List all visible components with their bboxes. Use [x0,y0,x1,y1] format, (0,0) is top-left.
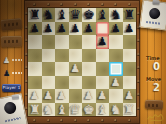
square-g3[interactable]: ♟ [109,76,123,90]
square-f7[interactable] [96,22,110,36]
screw-icon [25,80,28,83]
square-c4[interactable] [55,62,69,76]
piece-white-pawn[interactable]: ♟ [57,89,67,103]
square-f2[interactable]: ♟ [96,89,110,103]
square-g6[interactable] [109,35,123,49]
screw-icon [128,119,131,122]
square-a5[interactable] [28,49,42,63]
white-player-indicator: ♟ [3,56,21,65]
square-f5[interactable] [96,49,110,63]
screw-icon [33,3,36,6]
piece-white-pawn[interactable]: ♟ [111,76,121,90]
screw-icon [25,39,28,42]
square-f4[interactable] [96,62,110,76]
piece-white-pawn[interactable]: ♟ [70,62,80,76]
square-b5[interactable] [42,49,56,63]
piece-black-pawn[interactable]: ♟ [57,22,67,36]
square-g2[interactable] [109,89,123,103]
square-a1[interactable]: ♜ [28,103,42,117]
square-e2[interactable]: ♟ [82,89,96,103]
square-c6[interactable] [55,35,69,49]
square-b2[interactable]: ♟ [42,89,56,103]
time-value: 0 [144,61,160,72]
piece-black-pawn[interactable]: ♟ [70,22,80,36]
square-h1[interactable]: ♜ [123,103,137,117]
square-h4[interactable] [123,62,137,76]
piece-black-bishop[interactable]: ♝ [96,8,108,22]
screw-icon [25,26,28,29]
move-value: 2 [144,82,160,93]
square-f1[interactable]: ♝ [96,103,110,117]
piece-white-knight[interactable]: ♞ [42,103,54,117]
square-g1[interactable]: ♞ [109,103,123,117]
screw-icon [47,3,50,6]
piece-white-pawn[interactable]: ♟ [30,89,40,103]
piece-white-queen[interactable]: ♛ [69,103,81,117]
square-e6[interactable] [82,35,96,49]
square-c1[interactable]: ♝ [55,103,69,117]
wood-plank-button[interactable] [1,18,23,31]
square-d6[interactable] [69,35,83,49]
square-c5[interactable] [55,49,69,63]
square-d1[interactable]: ♛ [69,103,83,117]
piece-black-bishop[interactable]: ♝ [56,8,68,22]
square-g5[interactable] [109,49,123,63]
wood-plank-button[interactable] [145,100,163,110]
white-player-name-scribble [12,59,22,61]
piece-white-knight[interactable]: ♞ [110,103,122,117]
piece-black-pawn[interactable]: ♟ [111,22,121,36]
square-d8[interactable]: ♛ [69,8,83,22]
square-a3[interactable] [28,76,42,90]
piece-white-pawn[interactable]: ♟ [124,89,134,103]
piece-white-king[interactable]: ♚ [83,103,95,117]
square-a8[interactable]: ♜ [28,8,42,22]
screw-icon [25,53,28,56]
gold-emblem-logo [147,111,164,123]
square-h6[interactable] [123,35,137,49]
square-d7[interactable]: ♟ [69,22,83,36]
piece-white-pawn[interactable]: ♟ [43,89,53,103]
piece-black-pawn[interactable]: ♟ [124,22,134,36]
piece-white-rook[interactable]: ♜ [123,103,135,117]
square-d4[interactable]: ♟ [69,62,83,76]
black-player-indicator: ♟ [3,69,21,78]
piece-black-king[interactable]: ♚ [83,8,95,22]
screw-icon [33,119,36,122]
piece-black-rook[interactable]: ♜ [29,8,41,22]
piece-black-pawn[interactable]: ♟ [84,22,94,36]
card-clip-icon [12,94,19,98]
piece-black-pawn[interactable]: ♟ [43,22,53,36]
chess-game-window: ♟ ♟ Player 1 ♜♞♝♛♚♝♞♜♟♟♟♟♟♟♟♟♟♟♟♟♟♟♟♟♜♞♝… [0,0,166,124]
square-b4[interactable] [42,62,56,76]
square-a4[interactable] [28,62,42,76]
square-b6[interactable] [42,35,56,49]
square-h3[interactable] [123,76,137,90]
screw-icon [87,3,90,6]
square-e3[interactable] [82,76,96,90]
square-b3[interactable] [42,76,56,90]
screw-icon [25,66,28,69]
piece-black-pawn[interactable]: ♟ [97,35,107,49]
chess-board: ♜♞♝♛♚♝♞♜♟♟♟♟♟♟♟♟♟♟♟♟♟♟♟♟♜♞♝♛♚♝♞♜ [28,8,136,116]
screw-icon [101,119,104,122]
black-player-card [139,0,166,31]
screw-icon [87,119,90,122]
square-c7[interactable]: ♟ [55,22,69,36]
screw-icon [25,107,28,110]
white-player-avatar [3,101,17,115]
square-h2[interactable]: ♟ [123,89,137,103]
board-frame: ♜♞♝♛♚♝♞♜♟♟♟♟♟♟♟♟♟♟♟♟♟♟♟♟♜♞♝♛♚♝♞♜ [24,0,140,124]
piece-black-pawn[interactable]: ♟ [30,22,40,36]
piece-white-pawn[interactable]: ♟ [84,89,94,103]
piece-white-bishop[interactable]: ♝ [96,103,108,117]
square-d3[interactable] [69,76,83,90]
square-f6[interactable]: ♟ [96,35,110,49]
square-h7[interactable]: ♟ [123,22,137,36]
screw-icon [60,3,63,6]
card-caption-scribble [5,117,21,122]
square-e8[interactable]: ♚ [82,8,96,22]
square-c2[interactable]: ♟ [55,89,69,103]
square-d5[interactable] [69,49,83,63]
screw-icon [25,93,28,96]
square-a6[interactable] [28,35,42,49]
square-b8[interactable]: ♞ [42,8,56,22]
black-player-name-scribble [12,72,22,74]
screw-icon [60,119,63,122]
black-player-avatar [149,7,161,19]
square-h5[interactable] [123,49,137,63]
piece-black-knight[interactable]: ♞ [110,8,122,22]
piece-black-knight[interactable]: ♞ [42,8,54,22]
square-c8[interactable]: ♝ [55,8,69,22]
square-f3[interactable] [96,76,110,90]
screw-icon [74,119,77,122]
square-d2[interactable] [69,89,83,103]
square-e4[interactable] [82,62,96,76]
piece-white-pawn[interactable]: ♟ [97,89,107,103]
card-clip-icon [152,0,159,4]
square-e1[interactable]: ♚ [82,103,96,117]
square-g7[interactable]: ♟ [109,22,123,36]
screw-icon [128,3,131,6]
screw-icon [101,3,104,6]
screw-icon [25,12,28,15]
card-caption-scribble [146,21,161,25]
piece-black-rook[interactable]: ♜ [123,8,135,22]
piece-black-queen[interactable]: ♛ [69,8,81,22]
screw-icon [74,3,77,6]
piece-white-bishop[interactable]: ♝ [56,103,68,117]
piece-white-rook[interactable]: ♜ [29,103,41,117]
square-e7[interactable]: ♟ [82,22,96,36]
screw-icon [114,3,117,6]
square-b7[interactable]: ♟ [42,22,56,36]
square-g4[interactable] [109,62,123,76]
square-g8[interactable]: ♞ [109,8,123,22]
square-a7[interactable]: ♟ [28,22,42,36]
wood-plank-button[interactable] [1,36,22,48]
square-c3[interactable] [55,76,69,90]
player1-button[interactable]: Player 1 [2,84,21,92]
square-f8[interactable]: ♝ [96,8,110,22]
square-h8[interactable]: ♜ [123,8,137,22]
square-b1[interactable]: ♞ [42,103,56,117]
square-a2[interactable]: ♟ [28,89,42,103]
screw-icon [47,119,50,122]
square-e5[interactable] [82,49,96,63]
screw-icon [114,119,117,122]
